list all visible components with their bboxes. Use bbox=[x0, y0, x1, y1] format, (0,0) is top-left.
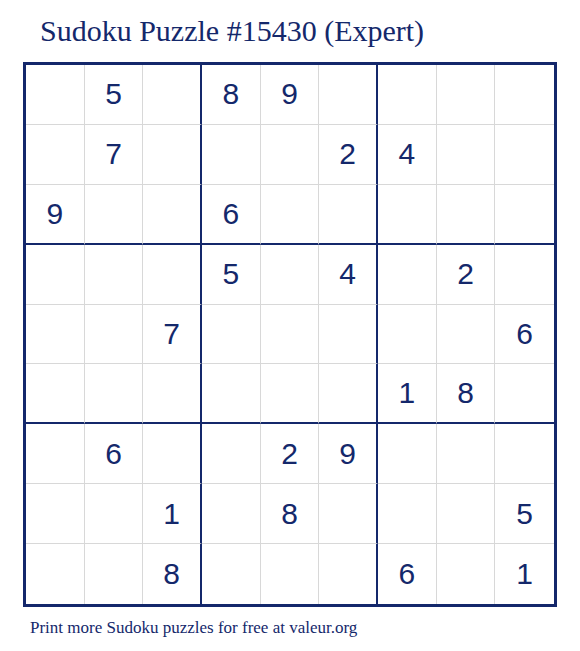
cell-r1c8 bbox=[437, 65, 496, 125]
cell-r5c9: 6 bbox=[495, 305, 554, 365]
cell-r3c2 bbox=[85, 185, 144, 245]
cell-r4c4: 5 bbox=[202, 245, 261, 305]
cell-r4c8: 2 bbox=[437, 245, 496, 305]
cell-r6c6 bbox=[319, 364, 378, 424]
cell-r7c4 bbox=[202, 424, 261, 484]
cell-r2c8 bbox=[437, 125, 496, 185]
cell-r6c7: 1 bbox=[378, 364, 437, 424]
cell-r6c8: 8 bbox=[437, 364, 496, 424]
cell-r8c8 bbox=[437, 484, 496, 544]
page-title: Sudoku Puzzle #15430 (Expert) bbox=[40, 14, 424, 48]
cell-r2c1 bbox=[26, 125, 85, 185]
cell-r9c4 bbox=[202, 544, 261, 604]
cell-r1c2: 5 bbox=[85, 65, 144, 125]
cell-r8c5: 8 bbox=[261, 484, 320, 544]
cell-r6c4 bbox=[202, 364, 261, 424]
cell-r5c4 bbox=[202, 305, 261, 365]
cell-r6c3 bbox=[143, 364, 202, 424]
cell-r3c5 bbox=[261, 185, 320, 245]
cell-r5c5 bbox=[261, 305, 320, 365]
cell-r2c7: 4 bbox=[378, 125, 437, 185]
cell-r3c6 bbox=[319, 185, 378, 245]
cell-r7c1 bbox=[26, 424, 85, 484]
cell-r5c6 bbox=[319, 305, 378, 365]
cell-r7c9 bbox=[495, 424, 554, 484]
cell-r1c3 bbox=[143, 65, 202, 125]
cell-r4c3 bbox=[143, 245, 202, 305]
cell-r9c3: 8 bbox=[143, 544, 202, 604]
cell-r2c4 bbox=[202, 125, 261, 185]
cell-r5c8 bbox=[437, 305, 496, 365]
cell-r8c3: 1 bbox=[143, 484, 202, 544]
cell-r2c9 bbox=[495, 125, 554, 185]
cell-r9c9: 1 bbox=[495, 544, 554, 604]
cell-r9c7: 6 bbox=[378, 544, 437, 604]
cell-r3c9 bbox=[495, 185, 554, 245]
cell-r8c7 bbox=[378, 484, 437, 544]
cell-r5c2 bbox=[85, 305, 144, 365]
cell-r1c4: 8 bbox=[202, 65, 261, 125]
cell-r5c3: 7 bbox=[143, 305, 202, 365]
cell-r1c7 bbox=[378, 65, 437, 125]
sudoku-grid: 589724965427618629185861 bbox=[23, 62, 557, 607]
cell-r2c6: 2 bbox=[319, 125, 378, 185]
cell-r5c1 bbox=[26, 305, 85, 365]
cell-r9c1 bbox=[26, 544, 85, 604]
cell-r4c7 bbox=[378, 245, 437, 305]
cell-r9c8 bbox=[437, 544, 496, 604]
cell-r6c1 bbox=[26, 364, 85, 424]
cell-r4c9 bbox=[495, 245, 554, 305]
cell-r5c7 bbox=[378, 305, 437, 365]
cell-r9c5 bbox=[261, 544, 320, 604]
cell-r4c5 bbox=[261, 245, 320, 305]
cell-r2c2: 7 bbox=[85, 125, 144, 185]
cell-r4c1 bbox=[26, 245, 85, 305]
cell-r9c2 bbox=[85, 544, 144, 604]
cell-r4c2 bbox=[85, 245, 144, 305]
footer-text: Print more Sudoku puzzles for free at va… bbox=[30, 618, 357, 638]
cell-r1c5: 9 bbox=[261, 65, 320, 125]
cell-r8c1 bbox=[26, 484, 85, 544]
cell-r7c6: 9 bbox=[319, 424, 378, 484]
cell-r1c6 bbox=[319, 65, 378, 125]
cell-r7c7 bbox=[378, 424, 437, 484]
cell-r3c7 bbox=[378, 185, 437, 245]
page: Sudoku Puzzle #15430 (Expert) 5897249654… bbox=[0, 0, 580, 651]
cell-r7c2: 6 bbox=[85, 424, 144, 484]
cell-r3c1: 9 bbox=[26, 185, 85, 245]
cell-r8c4 bbox=[202, 484, 261, 544]
cell-r3c4: 6 bbox=[202, 185, 261, 245]
cell-r8c9: 5 bbox=[495, 484, 554, 544]
cell-r6c5 bbox=[261, 364, 320, 424]
cell-r2c3 bbox=[143, 125, 202, 185]
cell-r3c8 bbox=[437, 185, 496, 245]
cell-r7c5: 2 bbox=[261, 424, 320, 484]
cell-r6c9 bbox=[495, 364, 554, 424]
cell-r8c2 bbox=[85, 484, 144, 544]
cell-r3c3 bbox=[143, 185, 202, 245]
cell-r4c6: 4 bbox=[319, 245, 378, 305]
cell-r6c2 bbox=[85, 364, 144, 424]
cell-r7c3 bbox=[143, 424, 202, 484]
cell-r2c5 bbox=[261, 125, 320, 185]
cell-r7c8 bbox=[437, 424, 496, 484]
cell-r8c6 bbox=[319, 484, 378, 544]
cell-r1c9 bbox=[495, 65, 554, 125]
cell-r9c6 bbox=[319, 544, 378, 604]
cell-r1c1 bbox=[26, 65, 85, 125]
